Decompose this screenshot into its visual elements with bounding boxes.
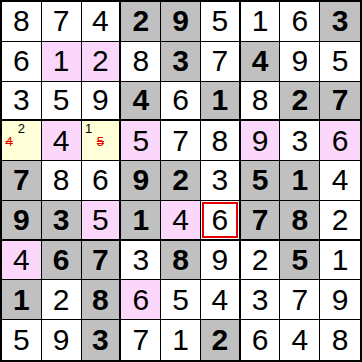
candidate-1: 1 [83,122,95,135]
cell-r1c6[interactable]: 5 [201,2,241,42]
user-digit: 5 [132,126,149,156]
cell-r7c3[interactable]: 7 [82,241,122,281]
cell-r3c5[interactable]: 6 [161,82,201,122]
user-digit: 9 [291,46,308,76]
cell-r3c9[interactable]: 7 [320,82,360,122]
cell-r8c7[interactable]: 3 [241,280,281,320]
user-digit: 1 [332,245,349,275]
cell-r9c4[interactable]: 7 [121,320,161,360]
cell-r6c3[interactable]: 5 [82,201,122,241]
cell-r1c5[interactable]: 9 [161,2,201,42]
given-digit: 5 [252,165,269,195]
cell-r5c7[interactable]: 5 [241,161,281,201]
candidate-4-eliminated: 4 [3,135,15,148]
cell-r9c6[interactable]: 2 [201,320,241,360]
given-digit: 8 [291,205,308,235]
given-digit: 3 [92,325,109,355]
cell-r9c1[interactable]: 5 [2,320,42,360]
cell-r7c4[interactable]: 3 [121,241,161,281]
cell-r4c2[interactable]: 4 [42,121,82,161]
given-digit: 7 [13,165,30,195]
cell-r6c9[interactable]: 2 [320,201,360,241]
user-digit: 6 [211,205,228,235]
cell-r3c4[interactable]: 4 [121,82,161,122]
cell-r2c8[interactable]: 9 [280,42,320,82]
cell-r5c5[interactable]: 2 [161,161,201,201]
candidate-grid: 24 [3,122,40,159]
user-digit: 8 [13,6,30,36]
user-digit: 5 [172,285,189,315]
cell-r4c5[interactable]: 7 [161,121,201,161]
user-digit: 6 [132,285,149,315]
cell-r4c7[interactable]: 9 [241,121,281,161]
user-digit: 4 [13,245,30,275]
given-digit: 8 [172,245,189,275]
cell-r4c1[interactable]: 24 [2,121,42,161]
cell-r2c9[interactable]: 5 [320,42,360,82]
user-digit: 8 [132,46,149,76]
user-digit: 3 [211,165,228,195]
cell-r9c5[interactable]: 1 [161,320,201,360]
user-digit: 8 [332,325,349,355]
cell-r9c7[interactable]: 6 [241,320,281,360]
cell-r2c1[interactable]: 6 [2,42,42,82]
given-digit: 1 [291,165,308,195]
cell-r5c4[interactable]: 9 [121,161,161,201]
given-digit: 8 [92,285,109,315]
cell-r2c2[interactable]: 1 [42,42,82,82]
given-digit: 3 [53,205,70,235]
cell-r4c9[interactable]: 6 [320,121,360,161]
candidate-2: 2 [15,122,27,135]
cell-r8c5[interactable]: 5 [161,280,201,320]
user-digit: 5 [53,85,70,115]
cell-r3c2[interactable]: 5 [42,82,82,122]
user-digit: 9 [92,85,109,115]
cell-r1c2[interactable]: 7 [42,2,82,42]
user-digit: 9 [252,126,269,156]
cell-r6c7[interactable]: 7 [241,201,281,241]
user-digit: 1 [172,325,189,355]
user-digit: 4 [211,285,228,315]
cell-r2c5[interactable]: 3 [161,42,201,82]
cell-r6c4[interactable]: 1 [121,201,161,241]
cell-r7c9[interactable]: 1 [320,241,360,281]
cell-r7c1[interactable]: 4 [2,241,42,281]
user-digit: 3 [13,85,30,115]
given-digit: 9 [132,165,149,195]
user-digit: 4 [53,126,70,156]
cell-r6c1[interactable]: 9 [2,201,42,241]
cell-r3c8[interactable]: 2 [280,82,320,122]
cell-r9c8[interactable]: 4 [280,320,320,360]
cell-r5c1[interactable]: 7 [2,161,42,201]
cell-r1c3[interactable]: 4 [82,2,122,42]
cell-r1c8[interactable]: 6 [280,2,320,42]
user-digit: 5 [92,205,109,235]
cell-r6c8[interactable]: 8 [280,201,320,241]
user-digit: 1 [53,46,70,76]
cell-r8c9[interactable]: 9 [320,280,360,320]
candidate-grid: 15 [83,122,119,159]
user-digit: 6 [332,126,349,156]
cell-r4c4[interactable]: 5 [121,121,161,161]
user-digit: 9 [211,245,228,275]
cell-r1c1[interactable]: 8 [2,2,42,42]
cell-r1c7[interactable]: 1 [241,2,281,42]
user-digit: 4 [291,325,308,355]
cell-r8c3[interactable]: 8 [82,280,122,320]
cell-r6c2[interactable]: 3 [42,201,82,241]
given-digit: 3 [172,46,189,76]
user-digit: 6 [13,46,30,76]
given-digit: 1 [132,205,149,235]
cell-r2c7[interactable]: 4 [241,42,281,82]
user-digit: 4 [332,165,349,195]
cell-r3c3[interactable]: 9 [82,82,122,122]
user-digit: 2 [252,245,269,275]
user-digit: 7 [53,6,70,36]
given-digit: 7 [92,245,109,275]
user-digit: 3 [252,285,269,315]
cell-r6c6[interactable]: 6 [201,201,241,241]
candidate-5-eliminated: 5 [94,135,106,148]
user-digit: 6 [291,6,308,36]
user-digit: 7 [172,126,189,156]
user-digit: 4 [92,6,109,36]
user-digit: 6 [92,165,109,195]
given-digit: 9 [13,205,30,235]
cell-r5c6[interactable]: 3 [201,161,241,201]
user-digit: 7 [132,325,149,355]
user-digit: 7 [291,285,308,315]
cell-r7c8[interactable]: 5 [280,241,320,281]
given-digit: 5 [291,245,308,275]
user-digit: 3 [132,245,149,275]
cell-r8c2[interactable]: 2 [42,280,82,320]
user-digit: 9 [332,285,349,315]
given-digit: 3 [332,6,349,36]
given-digit: 2 [172,165,189,195]
cell-r2c6[interactable]: 7 [201,42,241,82]
cell-r4c8[interactable]: 3 [280,121,320,161]
given-digit: 6 [53,245,70,275]
cell-r5c2[interactable]: 8 [42,161,82,201]
user-digit: 9 [53,325,70,355]
user-digit: 5 [332,46,349,76]
cell-r9c9[interactable]: 8 [320,320,360,360]
cell-r5c8[interactable]: 1 [280,161,320,201]
given-digit: 1 [13,285,30,315]
given-digit: 7 [252,205,269,235]
cell-r3c7[interactable]: 8 [241,82,281,122]
sudoku-board: 8742951636128374953594618272441557893678… [0,0,362,362]
user-digit: 3 [291,126,308,156]
cell-r6c5[interactable]: 4 [161,201,201,241]
given-digit: 2 [291,85,308,115]
cell-r1c9[interactable]: 3 [320,2,360,42]
cell-r3c6[interactable]: 1 [201,82,241,122]
cell-r5c3[interactable]: 6 [82,161,122,201]
cell-r8c4[interactable]: 6 [121,280,161,320]
cell-r4c3[interactable]: 15 [82,121,122,161]
user-digit: 2 [53,285,70,315]
user-digit: 2 [332,205,349,235]
cell-r7c7[interactable]: 2 [241,241,281,281]
cell-r9c2[interactable]: 9 [42,320,82,360]
user-digit: 1 [252,6,269,36]
user-digit: 4 [172,205,189,235]
cell-r5c9[interactable]: 4 [320,161,360,201]
user-digit: 8 [211,126,228,156]
given-digit: 2 [132,6,149,36]
given-digit: 9 [172,6,189,36]
user-digit: 5 [211,6,228,36]
given-digit: 4 [132,85,149,115]
cell-r7c5[interactable]: 8 [161,241,201,281]
user-digit: 8 [252,85,269,115]
given-digit: 4 [252,46,269,76]
user-digit: 7 [211,46,228,76]
user-digit: 2 [92,46,109,76]
cell-r3c1[interactable]: 3 [2,82,42,122]
cell-r8c8[interactable]: 7 [280,280,320,320]
cell-r1c4[interactable]: 2 [121,2,161,42]
cell-r8c1[interactable]: 1 [2,280,42,320]
cell-r7c6[interactable]: 9 [201,241,241,281]
cell-r2c4[interactable]: 8 [121,42,161,82]
cell-r2c3[interactable]: 2 [82,42,122,82]
given-digit: 7 [332,85,349,115]
cell-r4c6[interactable]: 8 [201,121,241,161]
cell-r8c6[interactable]: 4 [201,280,241,320]
user-digit: 8 [53,165,70,195]
user-digit: 6 [252,325,269,355]
cell-r9c3[interactable]: 3 [82,320,122,360]
user-digit: 6 [172,85,189,115]
given-digit: 1 [211,85,228,115]
user-digit: 5 [13,325,30,355]
given-digit: 2 [211,325,228,355]
cell-r7c2[interactable]: 6 [42,241,82,281]
